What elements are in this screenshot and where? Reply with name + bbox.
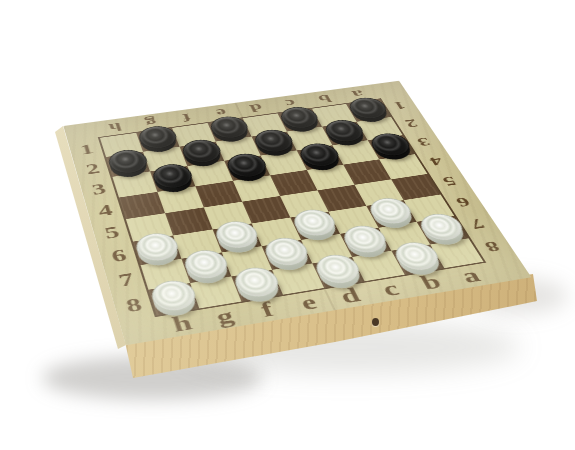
board-3d-wrapper: hgfedcba hgfedcba 12345678 12345678: [90, 6, 470, 386]
square-f2[interactable]: [180, 142, 225, 167]
checkers-board: hgfedcba hgfedcba 12345678 12345678: [63, 81, 531, 346]
square-g1[interactable]: [136, 128, 179, 152]
product-photo-canvas: hgfedcba hgfedcba 12345678 12345678: [0, 0, 575, 450]
square-f6[interactable]: [213, 223, 262, 252]
square-h2[interactable]: [106, 152, 150, 177]
square-h8[interactable]: [148, 283, 199, 315]
square-g3[interactable]: [150, 166, 195, 192]
square-g7[interactable]: [181, 252, 231, 283]
square-e3[interactable]: [224, 156, 270, 181]
rank-label-8: 8: [112, 290, 157, 322]
square-h6[interactable]: [133, 235, 181, 265]
square-e1[interactable]: [208, 118, 252, 141]
